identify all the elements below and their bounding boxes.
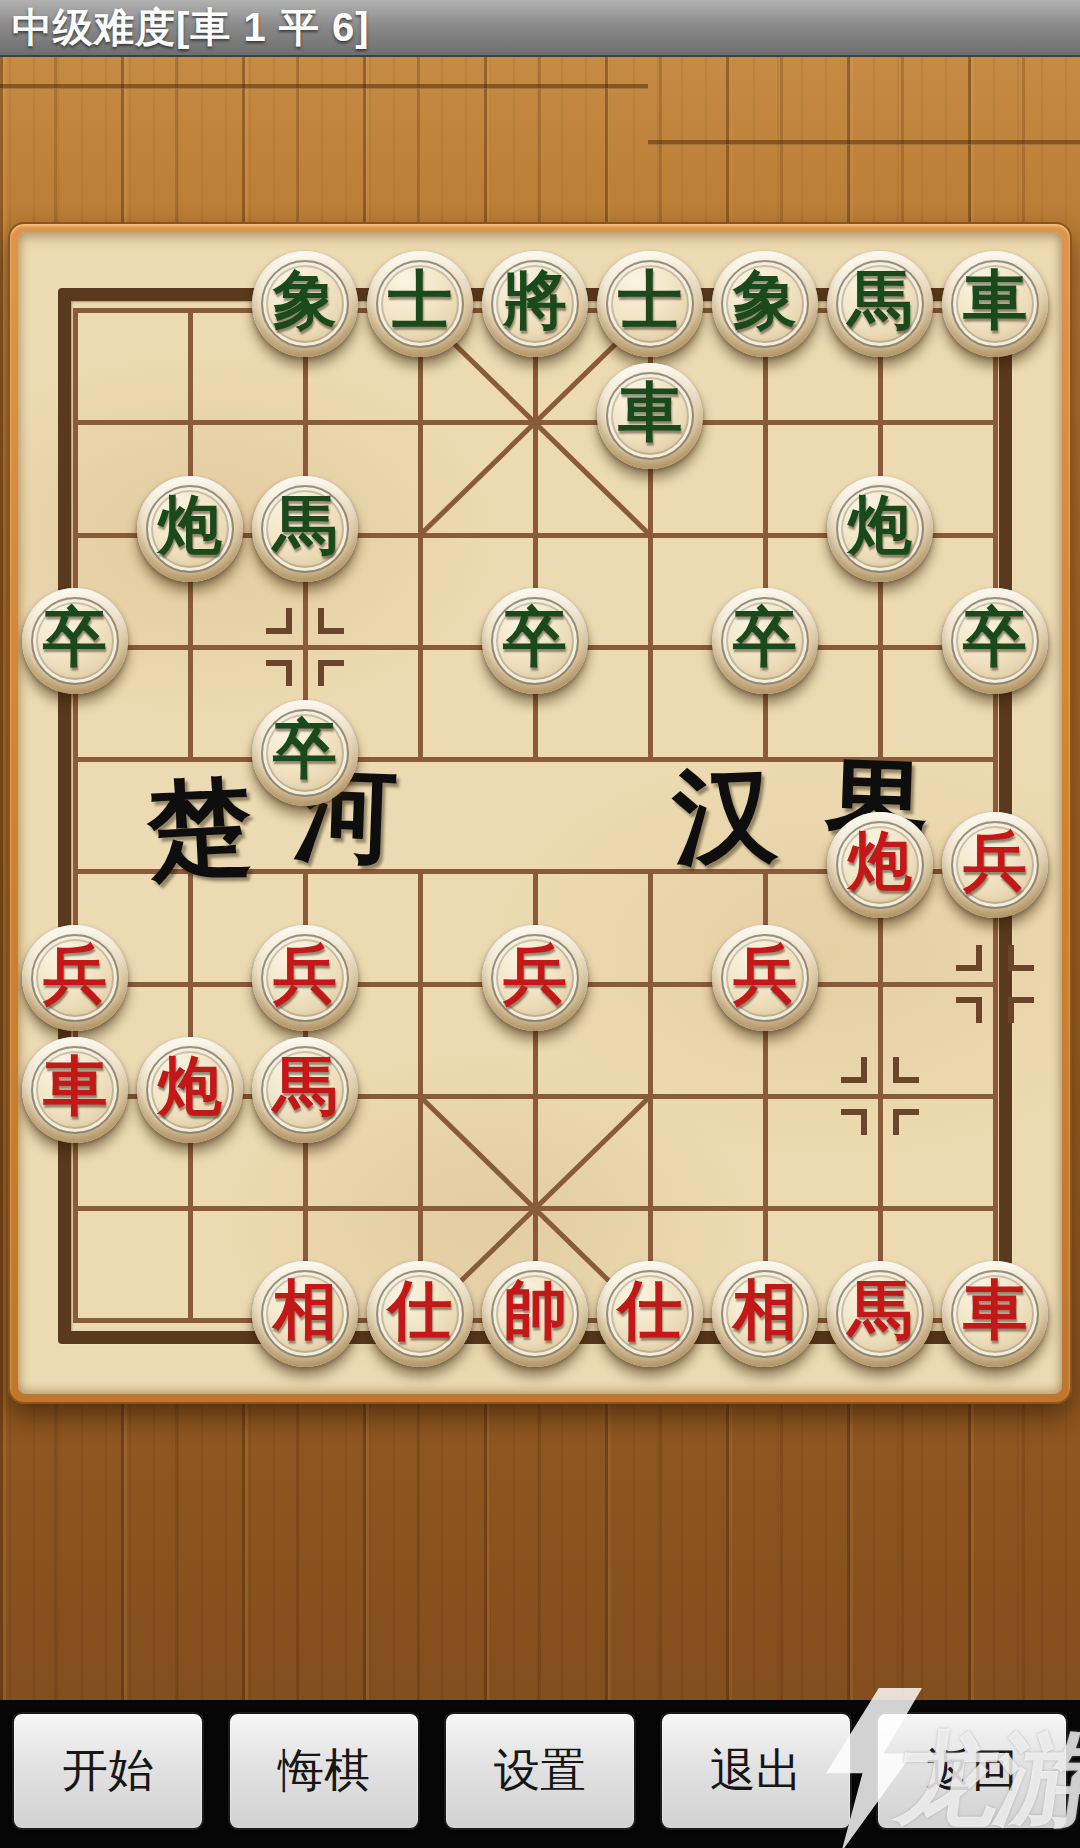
last-move-marker xyxy=(266,608,292,634)
piece-glyph: 仕 xyxy=(388,1267,452,1354)
piece-glyph: 卒 xyxy=(43,594,107,681)
piece-glyph: 帥 xyxy=(503,1267,567,1354)
red-soldier[interactable]: 兵 xyxy=(252,925,358,1031)
last-move-marker xyxy=(318,608,344,634)
last-move-marker xyxy=(956,997,982,1023)
black-cannon[interactable]: 炮 xyxy=(827,476,933,582)
black-advisor[interactable]: 士 xyxy=(367,251,473,357)
wood-joint xyxy=(0,84,648,89)
last-move-marker xyxy=(1008,997,1034,1023)
black-horse[interactable]: 馬 xyxy=(252,476,358,582)
grid-line xyxy=(878,869,883,1323)
black-chariot[interactable]: 車 xyxy=(942,251,1048,357)
piece-glyph: 士 xyxy=(618,257,682,344)
piece-glyph: 炮 xyxy=(848,482,912,569)
grid-line xyxy=(533,308,538,762)
piece-glyph: 馬 xyxy=(848,1267,912,1354)
black-soldier[interactable]: 卒 xyxy=(252,700,358,806)
last-move-marker xyxy=(893,1109,919,1135)
last-move-marker xyxy=(318,660,344,686)
piece-glyph: 兵 xyxy=(43,931,107,1018)
red-chariot[interactable]: 車 xyxy=(22,1037,128,1143)
red-general[interactable]: 帥 xyxy=(482,1261,588,1367)
black-elephant[interactable]: 象 xyxy=(252,251,358,357)
red-advisor[interactable]: 仕 xyxy=(597,1261,703,1367)
title-bar: 中级难度[車 1 平 6] xyxy=(0,0,1080,57)
red-chariot[interactable]: 車 xyxy=(942,1261,1048,1367)
black-general[interactable]: 將 xyxy=(482,251,588,357)
piece-glyph: 炮 xyxy=(158,482,222,569)
piece-glyph: 相 xyxy=(733,1267,797,1354)
red-cannon[interactable]: 炮 xyxy=(827,812,933,918)
watermark-logo: 龙游 xyxy=(888,1712,1080,1848)
red-elephant[interactable]: 相 xyxy=(712,1261,818,1367)
piece-glyph: 車 xyxy=(618,369,682,456)
red-horse[interactable]: 馬 xyxy=(827,1261,933,1367)
last-move-marker xyxy=(1008,945,1034,971)
piece-glyph: 卒 xyxy=(963,594,1027,681)
piece-glyph: 卒 xyxy=(503,594,567,681)
last-move-marker xyxy=(841,1109,867,1135)
black-soldier[interactable]: 卒 xyxy=(942,588,1048,694)
black-chariot[interactable]: 車 xyxy=(597,363,703,469)
piece-glyph: 相 xyxy=(273,1267,337,1354)
piece-glyph: 兵 xyxy=(503,931,567,1018)
settings-button[interactable]: 设置 xyxy=(444,1712,636,1830)
red-advisor[interactable]: 仕 xyxy=(367,1261,473,1367)
piece-glyph: 象 xyxy=(273,257,337,344)
last-move-marker xyxy=(893,1057,919,1083)
piece-glyph: 象 xyxy=(733,257,797,344)
black-soldier[interactable]: 卒 xyxy=(712,588,818,694)
piece-glyph: 炮 xyxy=(848,818,912,905)
black-elephant[interactable]: 象 xyxy=(712,251,818,357)
piece-glyph: 兵 xyxy=(963,818,1027,905)
red-soldier[interactable]: 兵 xyxy=(942,812,1048,918)
undo-button[interactable]: 悔棋 xyxy=(228,1712,420,1830)
red-soldier[interactable]: 兵 xyxy=(22,925,128,1031)
black-advisor[interactable]: 士 xyxy=(597,251,703,357)
piece-glyph: 馬 xyxy=(273,1043,337,1130)
exit-button[interactable]: 退出 xyxy=(660,1712,852,1830)
piece-glyph: 兵 xyxy=(733,931,797,1018)
piece-glyph: 馬 xyxy=(273,482,337,569)
piece-glyph: 卒 xyxy=(273,706,337,793)
piece-glyph: 卒 xyxy=(733,594,797,681)
river-text-han: 汉 xyxy=(671,746,780,890)
app-screen: 中级难度[車 1 平 6] 楚 河 汉 界 象士將士象馬車車炮馬炮卒卒卒卒卒炮兵… xyxy=(0,0,1080,1848)
black-soldier[interactable]: 卒 xyxy=(22,588,128,694)
black-soldier[interactable]: 卒 xyxy=(482,588,588,694)
piece-glyph: 車 xyxy=(963,1267,1027,1354)
piece-glyph: 馬 xyxy=(848,257,912,344)
grid-line xyxy=(763,308,768,762)
black-horse[interactable]: 馬 xyxy=(827,251,933,357)
last-move-marker xyxy=(266,660,292,686)
last-move-marker xyxy=(841,1057,867,1083)
piece-glyph: 炮 xyxy=(158,1043,222,1130)
piece-glyph: 士 xyxy=(388,257,452,344)
red-soldier[interactable]: 兵 xyxy=(482,925,588,1031)
black-cannon[interactable]: 炮 xyxy=(137,476,243,582)
piece-glyph: 車 xyxy=(963,257,1027,344)
grid-line xyxy=(73,308,78,1323)
piece-glyph: 兵 xyxy=(273,931,337,1018)
red-elephant[interactable]: 相 xyxy=(252,1261,358,1367)
piece-glyph: 仕 xyxy=(618,1267,682,1354)
last-move-marker xyxy=(956,945,982,971)
xiangqi-board[interactable]: 楚 河 汉 界 象士將士象馬車車炮馬炮卒卒卒卒卒炮兵兵兵兵兵車炮馬相仕帥仕相馬車 xyxy=(18,232,1062,1394)
wood-joint xyxy=(648,140,1080,145)
piece-glyph: 車 xyxy=(43,1043,107,1130)
river-text-chu: 楚 xyxy=(144,757,255,902)
red-soldier[interactable]: 兵 xyxy=(712,925,818,1031)
red-horse[interactable]: 馬 xyxy=(252,1037,358,1143)
red-cannon[interactable]: 炮 xyxy=(137,1037,243,1143)
start-button[interactable]: 开始 xyxy=(12,1712,204,1830)
piece-glyph: 將 xyxy=(503,257,567,344)
